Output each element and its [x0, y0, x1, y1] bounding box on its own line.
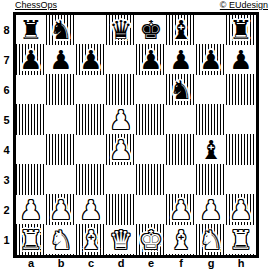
black-pawn-c7[interactable]: ♟ [79, 45, 102, 75]
square-b7[interactable]: ♟ [46, 45, 76, 75]
file-label-h: h [226, 257, 256, 270]
white-queen-d1[interactable]: ♛ [109, 225, 132, 255]
square-b3[interactable] [46, 165, 76, 195]
board-frame: ♜♞♛♚♝♜♟♟♟♟♟♟♟♞♟♟♝♟♟♟♟♟♟♜♞♝♛♚♝♞♜ [13, 12, 259, 258]
square-g2[interactable]: ♟ [196, 195, 226, 225]
square-c7[interactable]: ♟ [76, 45, 106, 75]
square-a7[interactable]: ♟ [16, 45, 46, 75]
black-bishop-g4[interactable]: ♝ [199, 135, 222, 165]
file-label-a: a [16, 257, 46, 270]
square-h8[interactable]: ♜ [226, 15, 256, 45]
white-bishop-c1[interactable]: ♝ [79, 225, 102, 255]
rank-label-7: 7 [0, 45, 13, 75]
white-pawn-a2[interactable]: ♟ [19, 195, 42, 225]
square-g7[interactable]: ♟ [196, 45, 226, 75]
file-label-f: f [166, 257, 196, 270]
square-d7[interactable] [106, 45, 136, 75]
square-d8[interactable]: ♛ [106, 15, 136, 45]
square-c4[interactable] [76, 135, 106, 165]
chessops-diagram: ChessOps © EUdesign 87654321 ♜♞♛♚♝♜♟♟♟♟♟… [0, 0, 270, 270]
square-e3[interactable] [136, 165, 166, 195]
black-pawn-e7[interactable]: ♟ [139, 45, 162, 75]
file-label-c: c [76, 257, 106, 270]
square-a1[interactable]: ♜ [16, 225, 46, 255]
square-c2[interactable]: ♟ [76, 195, 106, 225]
square-c5[interactable] [76, 105, 106, 135]
square-f1[interactable]: ♝ [166, 225, 196, 255]
white-pawn-c2[interactable]: ♟ [79, 195, 102, 225]
rank-label-3: 3 [0, 165, 13, 195]
square-e7[interactable]: ♟ [136, 45, 166, 75]
white-bishop-f1[interactable]: ♝ [169, 225, 192, 255]
file-label-d: d [106, 257, 136, 270]
white-knight-g1[interactable]: ♞ [199, 225, 222, 255]
credit-text: © EUdesign [220, 0, 268, 10]
file-labels: abcdefgh [16, 257, 256, 270]
square-b2[interactable]: ♟ [46, 195, 76, 225]
header-bar: ChessOps © EUdesign [0, 0, 270, 12]
black-pawn-f7[interactable]: ♟ [169, 45, 192, 75]
square-e6[interactable] [136, 75, 166, 105]
file-label-e: e [136, 257, 166, 270]
black-pawn-g7[interactable]: ♟ [199, 45, 222, 75]
square-g8[interactable] [196, 15, 226, 45]
square-g4[interactable]: ♝ [196, 135, 226, 165]
app-title: ChessOps [15, 0, 57, 10]
rank-label-1: 1 [0, 225, 13, 255]
square-d6[interactable] [106, 75, 136, 105]
square-b8[interactable]: ♞ [46, 15, 76, 45]
white-pawn-f2[interactable]: ♟ [169, 195, 192, 225]
square-d3[interactable] [106, 165, 136, 195]
white-king-e1[interactable]: ♚ [139, 225, 162, 255]
square-h4[interactable] [226, 135, 256, 165]
square-d4[interactable]: ♟ [106, 135, 136, 165]
square-a5[interactable] [16, 105, 46, 135]
square-f5[interactable] [166, 105, 196, 135]
square-h7[interactable]: ♟ [226, 45, 256, 75]
square-a3[interactable] [16, 165, 46, 195]
rank-label-2: 2 [0, 195, 13, 225]
square-a2[interactable]: ♟ [16, 195, 46, 225]
white-pawn-g2[interactable]: ♟ [199, 195, 222, 225]
square-d2[interactable] [106, 195, 136, 225]
square-e4[interactable] [136, 135, 166, 165]
rank-label-8: 8 [0, 15, 13, 45]
square-e2[interactable] [136, 195, 166, 225]
black-pawn-b7[interactable]: ♟ [49, 45, 72, 75]
black-king-e8[interactable]: ♚ [139, 15, 162, 45]
square-a6[interactable] [16, 75, 46, 105]
square-h6[interactable] [226, 75, 256, 105]
black-queen-d8[interactable]: ♛ [109, 15, 132, 45]
square-d1[interactable]: ♛ [106, 225, 136, 255]
white-pawn-d4[interactable]: ♟ [109, 135, 132, 165]
rank-label-5: 5 [0, 105, 13, 135]
white-knight-b1[interactable]: ♞ [49, 225, 72, 255]
black-pawn-a7[interactable]: ♟ [19, 45, 42, 75]
square-c3[interactable] [76, 165, 106, 195]
square-h5[interactable] [226, 105, 256, 135]
square-e8[interactable]: ♚ [136, 15, 166, 45]
white-rook-h1[interactable]: ♜ [229, 225, 252, 255]
square-c6[interactable] [76, 75, 106, 105]
square-f7[interactable]: ♟ [166, 45, 196, 75]
square-f6[interactable]: ♞ [166, 75, 196, 105]
square-h1[interactable]: ♜ [226, 225, 256, 255]
square-b6[interactable] [46, 75, 76, 105]
white-rook-a1[interactable]: ♜ [19, 225, 42, 255]
black-knight-b8[interactable]: ♞ [49, 15, 72, 45]
black-rook-a8[interactable]: ♜ [19, 15, 42, 45]
black-rook-h8[interactable]: ♜ [229, 15, 252, 45]
square-a8[interactable]: ♜ [16, 15, 46, 45]
square-g1[interactable]: ♞ [196, 225, 226, 255]
square-b5[interactable] [46, 105, 76, 135]
black-pawn-h7[interactable]: ♟ [229, 45, 252, 75]
rank-label-4: 4 [0, 135, 13, 165]
square-f4[interactable] [166, 135, 196, 165]
square-b1[interactable]: ♞ [46, 225, 76, 255]
square-c8[interactable] [76, 15, 106, 45]
white-pawn-h2[interactable]: ♟ [229, 195, 252, 225]
square-f2[interactable]: ♟ [166, 195, 196, 225]
square-b4[interactable] [46, 135, 76, 165]
square-h3[interactable] [226, 165, 256, 195]
square-e5[interactable] [136, 105, 166, 135]
square-a4[interactable] [16, 135, 46, 165]
square-c1[interactable]: ♝ [76, 225, 106, 255]
square-g3[interactable] [196, 165, 226, 195]
rank-label-6: 6 [0, 75, 13, 105]
square-d5[interactable]: ♟ [106, 105, 136, 135]
white-pawn-d5[interactable]: ♟ [109, 105, 132, 135]
square-g6[interactable] [196, 75, 226, 105]
square-f3[interactable] [166, 165, 196, 195]
chess-board[interactable]: ♜♞♛♚♝♜♟♟♟♟♟♟♟♞♟♟♝♟♟♟♟♟♟♜♞♝♛♚♝♞♜ [16, 15, 256, 255]
white-pawn-b2[interactable]: ♟ [49, 195, 72, 225]
square-f8[interactable]: ♝ [166, 15, 196, 45]
rank-labels: 87654321 [0, 15, 13, 255]
file-label-b: b [46, 257, 76, 270]
black-knight-f6[interactable]: ♞ [169, 75, 192, 105]
file-label-g: g [196, 257, 226, 270]
square-g5[interactable] [196, 105, 226, 135]
square-h2[interactable]: ♟ [226, 195, 256, 225]
black-bishop-f8[interactable]: ♝ [169, 15, 192, 45]
square-e1[interactable]: ♚ [136, 225, 166, 255]
